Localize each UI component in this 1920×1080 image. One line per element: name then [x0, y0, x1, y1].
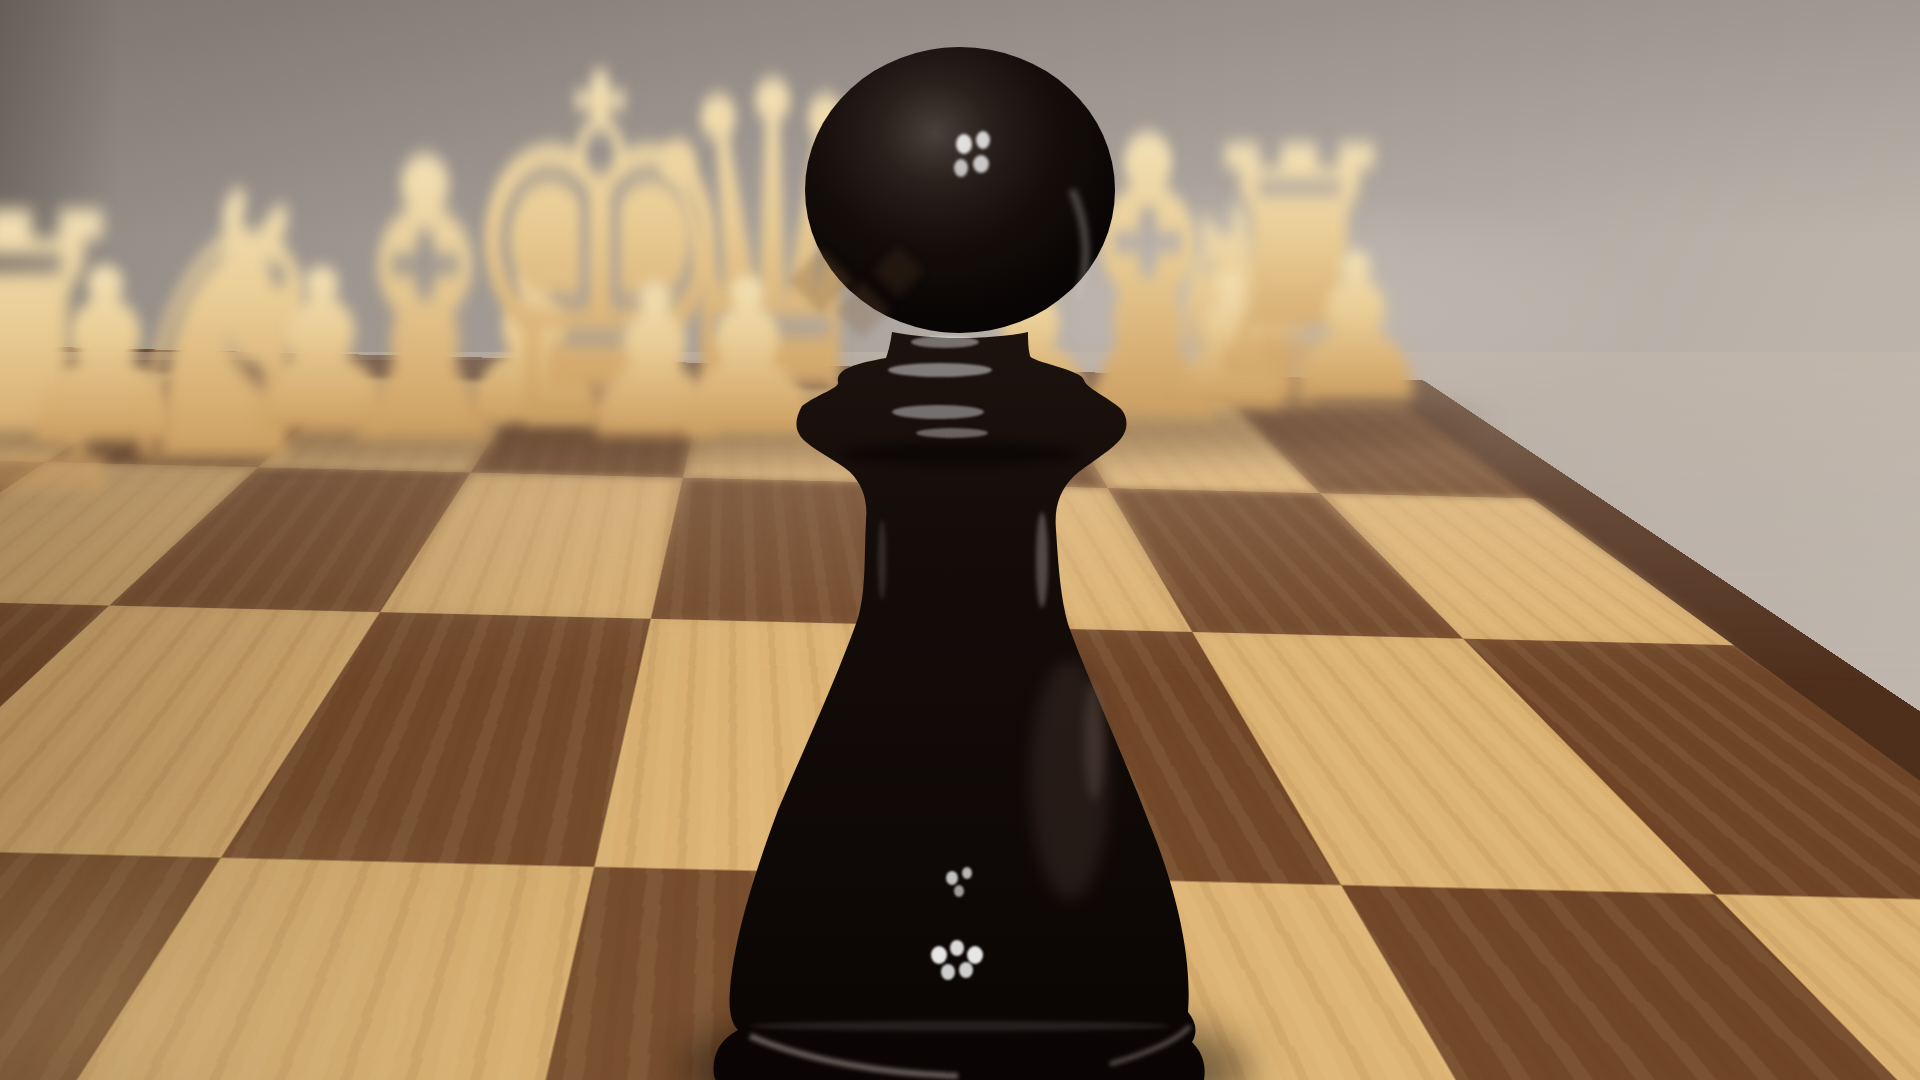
- board-bottom-left-glow: [0, 780, 640, 1080]
- photo-stage: ♜ ♟ ♞ ♟ ♝ ♟ ♚ ♟ ♛ ♟ ♟ ♝ ♞ ♟ ♜ ♟: [0, 0, 1920, 1080]
- black-pawn-d5[interactable]: [690, 40, 1250, 1080]
- white-pawn-a2[interactable]: ♟: [1261, 227, 1451, 432]
